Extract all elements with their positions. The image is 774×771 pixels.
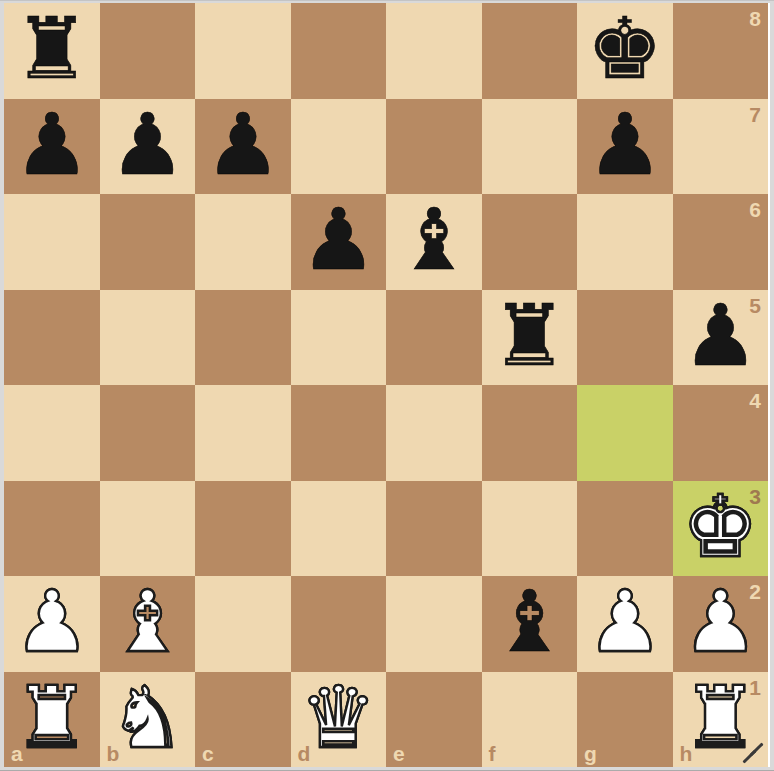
square-d4[interactable] [291, 385, 387, 481]
square-b7[interactable]: ♟ [100, 99, 196, 195]
square-c2[interactable] [195, 576, 291, 672]
square-f5[interactable]: ♜ [482, 290, 578, 386]
square-d2[interactable] [291, 576, 387, 672]
black-pawn[interactable]: ♟ [300, 192, 376, 288]
black-rook[interactable]: ♜ [491, 288, 567, 384]
rank-label-3: 3 [749, 485, 761, 509]
square-f7[interactable] [482, 99, 578, 195]
square-c6[interactable] [195, 194, 291, 290]
rank-label-2: 2 [749, 580, 761, 604]
rank-label-4: 4 [749, 389, 761, 413]
square-b5[interactable] [100, 290, 196, 386]
square-b8[interactable] [100, 3, 196, 99]
square-g3[interactable] [577, 481, 673, 577]
square-b1[interactable]: ♞b [100, 672, 196, 768]
square-h6[interactable]: 6 [673, 194, 769, 290]
square-e4[interactable] [386, 385, 482, 481]
square-d3[interactable] [291, 481, 387, 577]
square-a3[interactable] [4, 481, 100, 577]
square-a6[interactable] [4, 194, 100, 290]
square-f1[interactable]: f [482, 672, 578, 768]
square-b4[interactable] [100, 385, 196, 481]
square-g7[interactable]: ♟ [577, 99, 673, 195]
square-d6[interactable]: ♟ [291, 194, 387, 290]
white-pawn[interactable]: ♟ [682, 574, 758, 670]
square-a1[interactable]: ♜a [4, 672, 100, 768]
black-rook[interactable]: ♜ [14, 1, 90, 97]
square-f6[interactable] [482, 194, 578, 290]
file-label-f: f [489, 742, 496, 766]
square-a8[interactable]: ♜ [4, 3, 100, 99]
square-e7[interactable] [386, 99, 482, 195]
white-knight[interactable]: ♞ [109, 670, 185, 766]
square-b2[interactable]: ♝ [100, 576, 196, 672]
resize-handle-line [749, 742, 763, 756]
square-c7[interactable]: ♟ [195, 99, 291, 195]
black-pawn[interactable]: ♟ [109, 97, 185, 193]
square-e3[interactable] [386, 481, 482, 577]
black-pawn[interactable]: ♟ [205, 97, 281, 193]
rank-label-8: 8 [749, 7, 761, 31]
square-h7[interactable]: 7 [673, 99, 769, 195]
square-a7[interactable]: ♟ [4, 99, 100, 195]
square-g8[interactable]: ♚ [577, 3, 673, 99]
black-bishop[interactable]: ♝ [491, 574, 567, 670]
file-label-h: h [680, 742, 693, 766]
file-label-c: c [202, 742, 214, 766]
square-h8[interactable]: 8 [673, 3, 769, 99]
square-g2[interactable]: ♟ [577, 576, 673, 672]
white-pawn[interactable]: ♟ [587, 574, 663, 670]
white-rook[interactable]: ♜ [14, 670, 90, 766]
square-f8[interactable] [482, 3, 578, 99]
file-label-b: b [107, 742, 120, 766]
square-d5[interactable] [291, 290, 387, 386]
board-frame: ♜♚8♟♟♟♟7♟♝6♜♟54♚3♟♝♝♟♟2♜a♞bc♛defg♜1h [0, 0, 774, 771]
square-c4[interactable] [195, 385, 291, 481]
square-a5[interactable] [4, 290, 100, 386]
square-c3[interactable] [195, 481, 291, 577]
square-d7[interactable] [291, 99, 387, 195]
square-b6[interactable] [100, 194, 196, 290]
rank-label-5: 5 [749, 294, 761, 318]
square-h4[interactable]: 4 [673, 385, 769, 481]
white-bishop[interactable]: ♝ [109, 574, 185, 670]
rank-label-1: 1 [749, 676, 761, 700]
square-h2[interactable]: ♟2 [673, 576, 769, 672]
white-king[interactable]: ♚ [682, 479, 758, 575]
square-d1[interactable]: ♛d [291, 672, 387, 768]
square-f4[interactable] [482, 385, 578, 481]
square-h5[interactable]: ♟5 [673, 290, 769, 386]
square-e8[interactable] [386, 3, 482, 99]
square-e2[interactable] [386, 576, 482, 672]
square-a2[interactable]: ♟ [4, 576, 100, 672]
square-c8[interactable] [195, 3, 291, 99]
square-g5[interactable] [577, 290, 673, 386]
square-b3[interactable] [100, 481, 196, 577]
file-label-e: e [393, 742, 405, 766]
square-g6[interactable] [577, 194, 673, 290]
square-e6[interactable]: ♝ [386, 194, 482, 290]
file-label-d: d [298, 742, 311, 766]
file-label-a: a [11, 742, 23, 766]
black-bishop[interactable]: ♝ [396, 192, 472, 288]
square-g1[interactable]: g [577, 672, 673, 768]
resize-handle-icon[interactable] [740, 740, 766, 766]
rank-label-6: 6 [749, 198, 761, 222]
square-f2[interactable]: ♝ [482, 576, 578, 672]
square-e1[interactable]: e [386, 672, 482, 768]
black-pawn[interactable]: ♟ [682, 288, 758, 384]
square-h3[interactable]: ♚3 [673, 481, 769, 577]
square-d8[interactable] [291, 3, 387, 99]
rank-label-7: 7 [749, 103, 761, 127]
square-c5[interactable] [195, 290, 291, 386]
square-e5[interactable] [386, 290, 482, 386]
black-pawn[interactable]: ♟ [14, 97, 90, 193]
white-pawn[interactable]: ♟ [14, 574, 90, 670]
square-c1[interactable]: c [195, 672, 291, 768]
black-king[interactable]: ♚ [587, 1, 663, 97]
file-label-g: g [584, 742, 597, 766]
square-a4[interactable] [4, 385, 100, 481]
square-g4[interactable] [577, 385, 673, 481]
chess-board: ♜♚8♟♟♟♟7♟♝6♜♟54♚3♟♝♝♟♟2♜a♞bc♛defg♜1h [4, 3, 770, 767]
square-f3[interactable] [482, 481, 578, 577]
white-queen[interactable]: ♛ [300, 670, 376, 766]
black-pawn[interactable]: ♟ [587, 97, 663, 193]
